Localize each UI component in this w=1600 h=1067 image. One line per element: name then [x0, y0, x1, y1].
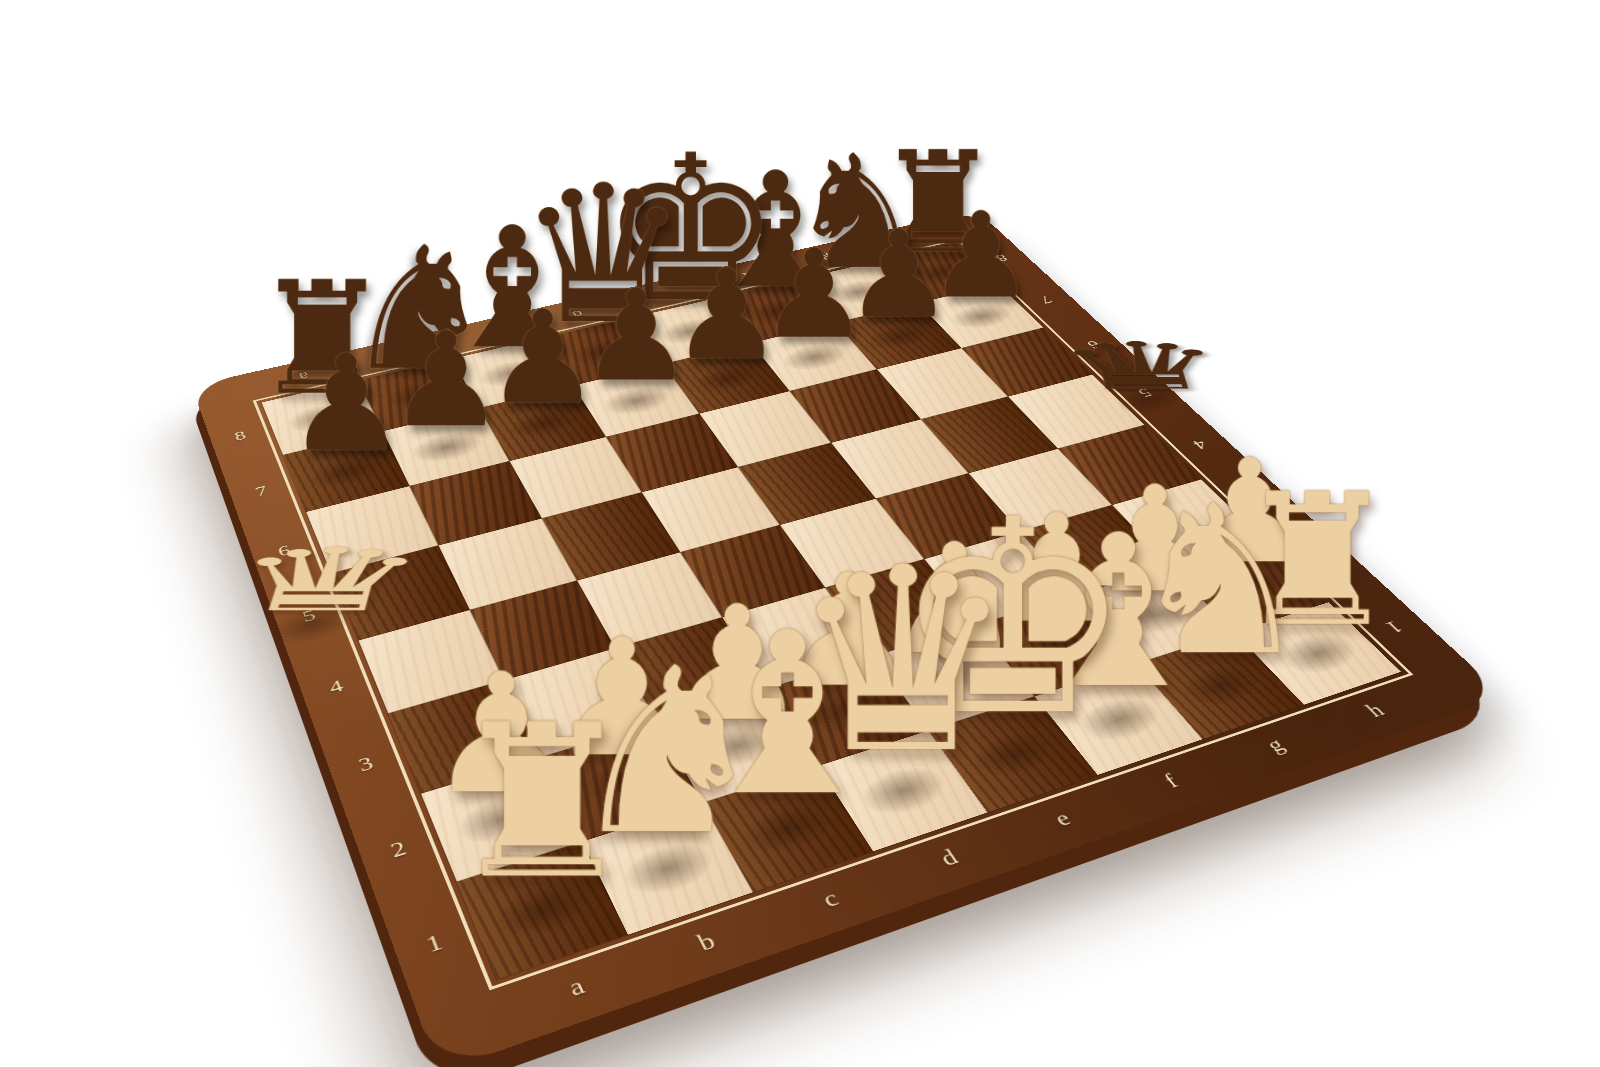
file-label-bottom-e: e: [1033, 800, 1093, 839]
file-label-bottom-b: b: [676, 920, 738, 964]
file-label-bottom-f: f: [1142, 763, 1201, 800]
white-rook[interactable]: ♜: [447, 697, 636, 908]
rank-label-left-5: 5: [284, 601, 333, 631]
rank-label-left-2: 2: [370, 830, 427, 870]
file-label-bottom-d: d: [919, 838, 980, 878]
file-label-bottom-g: g: [1246, 728, 1305, 763]
extra-black-queen-glyph[interactable]: ♛: [1049, 334, 1240, 399]
rank-label-left-4: 4: [310, 670, 362, 703]
extra-white-queen[interactable]: ♛: [312, 624, 315, 626]
file-label-bottom-a: a: [545, 964, 608, 1010]
rank-label-left-8: 8: [218, 424, 261, 448]
product-photo-scene: ♜♞♝♛♚♝♞♜♟♟♟♟♟♟♟♟♟♟♟♟♟♟♟♟♜♞♝♛♚♝♞♜ 8877665…: [0, 0, 1600, 1067]
rank-label-left-3: 3: [339, 746, 393, 782]
file-label-bottom-c: c: [800, 878, 861, 920]
chess-board-3d: ♜♞♝♛♚♝♞♜♟♟♟♟♟♟♟♟♟♟♟♟♟♟♟♟♜♞♝♛♚♝♞♜ 8877665…: [191, 210, 1504, 1067]
rank-label-left-7: 7: [239, 478, 284, 504]
square-a7[interactable]: ♟: [283, 431, 410, 512]
extra-black-queen[interactable]: ♛: [1150, 399, 1153, 400]
squares-grid: ♜♞♝♛♚♝♞♜♟♟♟♟♟♟♟♟♟♟♟♟♟♟♟♟♜♞♝♛♚♝♞♜: [262, 243, 1401, 979]
square-a1[interactable]: ♜: [457, 842, 628, 980]
file-label-bottom-h: h: [1346, 694, 1404, 728]
rank-label-left-1: 1: [404, 921, 464, 965]
